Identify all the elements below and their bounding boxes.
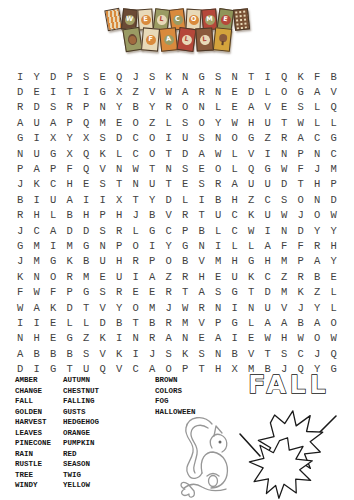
grid-cell-r17c17: A xyxy=(276,315,293,330)
grid-cell-r1c6: E xyxy=(95,69,112,84)
grid-cell-r15c2: W xyxy=(29,285,46,300)
grid-cell-r19c11: K xyxy=(177,346,194,361)
grid-cell-r9c13: B xyxy=(210,192,227,207)
grid-cell-r13c9: P xyxy=(144,254,161,269)
grid-cell-r17c12: V xyxy=(194,315,211,330)
grid-cell-r13c14: H xyxy=(227,254,244,269)
grid-cell-r4c12: O xyxy=(194,115,211,130)
grid-cell-r5c15: G xyxy=(243,131,260,146)
grid-cell-r5c6: S xyxy=(95,131,112,146)
grid-cell-r14c16: C xyxy=(260,269,277,284)
tree-trunk xyxy=(220,41,222,45)
grid-cell-r15c6: S xyxy=(95,285,112,300)
grid-cell-r1c12: G xyxy=(194,69,211,84)
word-item-fog: FOG xyxy=(155,396,196,407)
grid-cell-r2c7: X xyxy=(111,84,128,99)
grid-cell-r13c11: B xyxy=(177,254,194,269)
grid-cell-r9c14: H xyxy=(227,192,244,207)
word-item-colors: COLORS xyxy=(155,386,196,397)
grid-cell-r8c2: K xyxy=(29,177,46,192)
grid-cell-r18c3: E xyxy=(45,331,62,346)
grid-cell-r4c17: T xyxy=(276,115,293,130)
word-item-tree: TREE xyxy=(15,470,51,481)
grid-cell-r6c19: N xyxy=(309,146,326,161)
grid-cell-r9c9: Y xyxy=(144,192,161,207)
grid-cell-r6c17: N xyxy=(276,146,293,161)
banner-letter: L xyxy=(155,14,166,25)
grid-cell-r16c19: Y xyxy=(309,300,326,315)
grid-cell-r17c7: B xyxy=(111,315,128,330)
grid-cell-r4c14: W xyxy=(227,115,244,130)
grid-cell-r17c5: L xyxy=(78,315,95,330)
grid-cell-r13c20: Y xyxy=(326,254,343,269)
grid-cell-r15c15: T xyxy=(243,285,260,300)
grid-cell-r10c15: K xyxy=(243,208,260,223)
grid-cell-r1c5: S xyxy=(78,69,95,84)
grid-cell-r3c4: R xyxy=(62,100,79,115)
grid-cell-r8c19: H xyxy=(309,177,326,192)
word-item-amber: AMBER xyxy=(15,375,51,386)
grid-cell-r3c11: O xyxy=(177,100,194,115)
grid-cell-r10c6: P xyxy=(95,208,112,223)
grid-cell-r10c13: U xyxy=(210,208,227,223)
grid-cell-r18c7: I xyxy=(111,331,128,346)
grid-cell-r3c20: Q xyxy=(326,100,343,115)
grid-cell-r12c18: F xyxy=(293,238,310,253)
grid-cell-r18c15: E xyxy=(243,331,260,346)
grid-cell-r14c13: E xyxy=(210,269,227,284)
grid-cell-r11c3: A xyxy=(45,223,62,238)
grid-cell-r19c9: J xyxy=(144,346,161,361)
grid-cell-r12c2: M xyxy=(29,238,46,253)
grid-cell-r1c20: B xyxy=(326,69,343,84)
word-item-leaves: LEAVES xyxy=(15,428,51,439)
grid-cell-r19c1: A xyxy=(12,346,29,361)
grid-cell-r13c19: A xyxy=(309,254,326,269)
grid-cell-r6c11: D xyxy=(177,146,194,161)
word-item-hedgehog: HEDGEHOG xyxy=(63,417,99,428)
grid-cell-r13c7: H xyxy=(111,254,128,269)
grid-cell-r10c4: B xyxy=(62,208,79,223)
word-item-rustle: RUSTLE xyxy=(15,459,51,470)
grid-cell-r1c13: S xyxy=(210,69,227,84)
grid-cell-r6c9: O xyxy=(144,146,161,161)
grid-cell-r17c2: I xyxy=(29,315,46,330)
grid-cell-r12c11: G xyxy=(177,238,194,253)
grid-cell-r5c10: I xyxy=(161,131,178,146)
grid-cell-r16c11: W xyxy=(177,300,194,315)
grid-cell-r10c7: H xyxy=(111,208,128,223)
grid-cell-r3c7: Y xyxy=(111,100,128,115)
grid-cell-r7c13: O xyxy=(210,161,227,176)
word-item-pinecone: PINECONE xyxy=(15,438,51,449)
grid-cell-r4c1: A xyxy=(12,115,29,130)
grid-cell-r19c4: B xyxy=(62,346,79,361)
grid-cell-r8c8: N xyxy=(128,177,145,192)
grid-cell-r1c17: Q xyxy=(276,69,293,84)
grid-cell-r14c8: I xyxy=(128,269,145,284)
grid-cell-r9c18: O xyxy=(293,192,310,207)
grid-cell-r12c5: G xyxy=(78,238,95,253)
grid-cell-r9c15: Z xyxy=(243,192,260,207)
grid-cell-r16c8: O xyxy=(128,300,145,315)
grid-cell-r18c9: R xyxy=(144,331,161,346)
grid-cell-r7c15: Q xyxy=(243,161,260,176)
word-item-season: SEASON xyxy=(63,459,99,470)
grid-cell-r16c2: A xyxy=(29,300,46,315)
word-item-gusts: GUSTS xyxy=(63,407,99,418)
grid-cell-r3c1: R xyxy=(12,100,29,115)
banner-row-welcome: WELCOME xyxy=(105,9,249,30)
grid-cell-r5c16: Z xyxy=(260,131,277,146)
grid-cell-r15c3: F xyxy=(45,285,62,300)
grid-cell-r15c12: A xyxy=(194,285,211,300)
grid-cell-r10c12: T xyxy=(194,208,211,223)
grid-cell-r12c16: A xyxy=(260,238,277,253)
banner-acorn-card xyxy=(122,27,142,52)
grid-cell-r6c6: K xyxy=(95,146,112,161)
grid-cell-r18c12: E xyxy=(194,331,211,346)
grid-cell-r19c20: Q xyxy=(326,346,343,361)
grid-cell-r15c11: T xyxy=(177,285,194,300)
grid-cell-r15c8: E xyxy=(128,285,145,300)
grid-cell-r1c9: S xyxy=(144,69,161,84)
grid-cell-r8c16: U xyxy=(260,177,277,192)
grid-cell-r13c4: K xyxy=(62,254,79,269)
grid-cell-r17c3: E xyxy=(45,315,62,330)
grid-cell-r10c16: U xyxy=(260,208,277,223)
grid-cell-r15c10: R xyxy=(161,285,178,300)
grid-cell-r7c8: W xyxy=(128,161,145,176)
grid-cell-r18c14: I xyxy=(227,331,244,346)
grid-cell-r10c17: W xyxy=(276,208,293,223)
grid-cell-r14c18: R xyxy=(293,269,310,284)
grid-cell-r12c7: P xyxy=(111,238,128,253)
grid-cell-r3c19: L xyxy=(309,100,326,115)
banner-dots-card xyxy=(232,8,249,30)
grid-cell-r1c1: I xyxy=(12,69,29,84)
grid-cell-r17c20: O xyxy=(326,315,343,330)
grid-cell-r17c14: G xyxy=(227,315,244,330)
grid-cell-r5c19: C xyxy=(309,131,326,146)
grid-cell-r1c19: F xyxy=(309,69,326,84)
grid-cell-r18c19: O xyxy=(309,331,326,346)
grid-cell-r5c13: N xyxy=(210,131,227,146)
grid-cell-r11c1: J xyxy=(12,223,29,238)
grid-cell-r15c14: G xyxy=(227,285,244,300)
word-list-column-3: BROWNCOLORSFOGHALLOWEEN xyxy=(155,375,196,417)
grid-cell-r7c12: E xyxy=(194,161,211,176)
grid-cell-r3c13: L xyxy=(210,100,227,115)
grid-cell-r19c10: S xyxy=(161,346,178,361)
grid-cell-r2c6: G xyxy=(95,84,112,99)
grid-cell-r19c3: B xyxy=(45,346,62,361)
grid-cell-r17c16: A xyxy=(260,315,277,330)
grid-cell-r7c9: T xyxy=(144,161,161,176)
grid-cell-r4c7: E xyxy=(111,115,128,130)
grid-cell-r17c8: T xyxy=(128,315,145,330)
grid-cell-r18c6: K xyxy=(95,331,112,346)
grid-cell-r4c20: L xyxy=(326,115,343,130)
grid-cell-r13c10: O xyxy=(161,254,178,269)
grid-cell-r10c11: R xyxy=(177,208,194,223)
grid-cell-r14c11: R xyxy=(177,269,194,284)
grid-cell-r4c18: W xyxy=(293,115,310,130)
grid-cell-r13c18: P xyxy=(293,254,310,269)
grid-cell-r6c8: C xyxy=(128,146,145,161)
grid-cell-r12c13: I xyxy=(210,238,227,253)
grid-cell-r7c1: P xyxy=(12,161,29,176)
grid-cell-r9c6: I xyxy=(95,192,112,207)
grid-cell-r19c17: S xyxy=(276,346,293,361)
grid-cell-r18c17: H xyxy=(276,331,293,346)
word-search-grid: IYDPSEQJSKNGSNTIQKFBDEITIGXZVWARNEDLOGAV… xyxy=(12,69,342,377)
grid-cell-r8c11: E xyxy=(177,177,194,192)
word-item-change: CHANGE xyxy=(15,386,51,397)
banner-letter: F xyxy=(145,34,156,45)
banner-stripes-card xyxy=(104,8,122,31)
grid-cell-r15c19: Z xyxy=(309,285,326,300)
grid-cell-r7c17: W xyxy=(276,161,293,176)
grid-cell-r15c18: K xyxy=(293,285,310,300)
grid-cell-r5c2: I xyxy=(29,131,46,146)
grid-cell-r19c14: B xyxy=(227,346,244,361)
grid-cell-r13c13: M xyxy=(210,254,227,269)
grid-cell-r11c13: L xyxy=(210,223,227,238)
grid-cell-r12c4: M xyxy=(62,238,79,253)
grid-cell-r16c20: L xyxy=(326,300,343,315)
grid-cell-r12c15: L xyxy=(243,238,260,253)
grid-cell-r5c18: A xyxy=(293,131,310,146)
grid-cell-r3c3: S xyxy=(45,100,62,115)
word-item-chestnut: CHESTNUT xyxy=(63,386,99,397)
grid-cell-r7c10: N xyxy=(161,161,178,176)
grid-cell-r1c10: K xyxy=(161,69,178,84)
grid-cell-r6c12: A xyxy=(194,146,211,161)
grid-cell-r1c14: N xyxy=(227,69,244,84)
grid-cell-r18c20: W xyxy=(326,331,343,346)
grid-cell-r15c13: S xyxy=(210,285,227,300)
grid-cell-r11c9: G xyxy=(144,223,161,238)
grid-cell-r16c18: J xyxy=(293,300,310,315)
grid-cell-r6c5: Q xyxy=(78,146,95,161)
word-item-harvest: HARVEST xyxy=(15,417,51,428)
grid-cell-r18c16: W xyxy=(260,331,277,346)
grid-cell-r16c15: N xyxy=(243,300,260,315)
grid-cell-r4c11: S xyxy=(177,115,194,130)
grid-cell-r2c8: Z xyxy=(128,84,145,99)
grid-cell-r10c1: R xyxy=(12,208,29,223)
grid-cell-r13c6: U xyxy=(95,254,112,269)
grid-cell-r11c15: W xyxy=(243,223,260,238)
grid-cell-r5c17: R xyxy=(276,131,293,146)
grid-cell-r17c6: D xyxy=(95,315,112,330)
grid-cell-r10c5: H xyxy=(78,208,95,223)
grid-cell-r3c2: D xyxy=(29,100,46,115)
grid-cell-r6c13: W xyxy=(210,146,227,161)
grid-cell-r5c11: U xyxy=(177,131,194,146)
grid-cell-r14c4: R xyxy=(62,269,79,284)
grid-cell-r7c11: S xyxy=(177,161,194,176)
word-item-golden: GOLDEN xyxy=(15,407,51,418)
grid-cell-r10c18: J xyxy=(293,208,310,223)
grid-cell-r3c14: E xyxy=(227,100,244,115)
grid-cell-r6c7: L xyxy=(111,146,128,161)
grid-cell-r2c19: A xyxy=(309,84,326,99)
grid-cell-r9c8: T xyxy=(128,192,145,207)
grid-cell-r9c1: B xyxy=(12,192,29,207)
word-item-orange: ORANGE xyxy=(63,428,99,439)
grid-cell-r9c19: N xyxy=(309,192,326,207)
grid-cell-r14c12: H xyxy=(194,269,211,284)
grid-cell-r9c3: U xyxy=(45,192,62,207)
grid-cell-r11c6: S xyxy=(95,223,112,238)
grid-cell-r17c19: A xyxy=(309,315,326,330)
grid-cell-r2c5: I xyxy=(78,84,95,99)
grid-cell-r8c13: R xyxy=(210,177,227,192)
grid-cell-r4c5: Q xyxy=(78,115,95,130)
grid-cell-r14c10: Z xyxy=(161,269,178,284)
grid-cell-r3c5: P xyxy=(78,100,95,115)
grid-cell-r2c16: L xyxy=(260,84,277,99)
grid-cell-r8c1: J xyxy=(12,177,29,192)
grid-cell-r1c11: N xyxy=(177,69,194,84)
grid-cell-r9c4: A xyxy=(62,192,79,207)
word-item-autumn: AUTUMN xyxy=(63,375,99,386)
grid-cell-r14c20: E xyxy=(326,269,343,284)
grid-cell-r11c20: Y xyxy=(326,223,343,238)
word-list-column-1: AMBERCHANGEFALLGOLDENHARVESTLEAVESPINECO… xyxy=(15,375,51,491)
grid-cell-r3c6: N xyxy=(95,100,112,115)
grid-cell-r12c17: F xyxy=(276,238,293,253)
grid-cell-r12c20: H xyxy=(326,238,343,253)
grid-cell-r18c10: A xyxy=(161,331,178,346)
grid-cell-r7c14: L xyxy=(227,161,244,176)
grid-cell-r6c1: N xyxy=(12,146,29,161)
grid-cell-r4c16: U xyxy=(260,115,277,130)
grid-cell-r2c2: E xyxy=(29,84,46,99)
word-item-red: RED xyxy=(63,449,99,460)
banner-letter: M xyxy=(204,14,215,25)
grid-cell-r7c2: A xyxy=(29,161,46,176)
grid-cell-r5c14: O xyxy=(227,131,244,146)
grid-cell-r17c15: L xyxy=(243,315,260,330)
grid-cell-r8c14: A xyxy=(227,177,244,192)
grid-cell-r11c2: C xyxy=(29,223,46,238)
banner-letter: A xyxy=(163,34,174,45)
grid-cell-r19c5: S xyxy=(78,346,95,361)
grid-cell-r5c3: X xyxy=(45,131,62,146)
grid-cell-r9c2: I xyxy=(29,192,46,207)
banner-letter: O xyxy=(188,14,199,25)
grid-cell-r14c6: E xyxy=(95,269,112,284)
banner-letter: L xyxy=(180,34,191,45)
grid-cell-r10c14: C xyxy=(227,208,244,223)
grid-cell-r16c14: I xyxy=(227,300,244,315)
grid-cell-r7c19: J xyxy=(309,161,326,176)
grid-cell-r14c9: A xyxy=(144,269,161,284)
grid-cell-r15c4: P xyxy=(62,285,79,300)
banner-row-fall: FALL xyxy=(105,28,249,51)
banner-letter-card: A xyxy=(158,27,177,52)
banner-letter: C xyxy=(171,14,182,25)
grid-cell-r9c17: S xyxy=(276,192,293,207)
grid-cell-r14c5: M xyxy=(78,269,95,284)
banner-letter-card: L xyxy=(195,27,214,51)
grid-cell-r14c3: O xyxy=(45,269,62,284)
grid-cell-r4c15: H xyxy=(243,115,260,130)
grid-cell-r1c18: K xyxy=(293,69,310,84)
grid-cell-r15c16: D xyxy=(260,285,277,300)
grid-cell-r6c3: G xyxy=(45,146,62,161)
grid-cell-r10c19: O xyxy=(309,208,326,223)
grid-cell-r17c10: R xyxy=(161,315,178,330)
grid-cell-r14c19: B xyxy=(309,269,326,284)
grid-cell-r16c17: V xyxy=(276,300,293,315)
grid-cell-r3c16: V xyxy=(260,100,277,115)
grid-cell-r19c19: J xyxy=(309,346,326,361)
grid-cell-r1c4: P xyxy=(62,69,79,84)
banner-tree-card xyxy=(212,27,231,52)
grid-cell-r5c1: G xyxy=(12,131,29,146)
grid-cell-r3c15: A xyxy=(243,100,260,115)
grid-cell-r6c14: L xyxy=(227,146,244,161)
grid-cell-r8c20: P xyxy=(326,177,343,192)
word-item-rain: RAIN xyxy=(15,449,51,460)
grid-cell-r17c18: B xyxy=(293,315,310,330)
grid-cell-r1c2: Y xyxy=(29,69,46,84)
grid-cell-r14c1: K xyxy=(12,269,29,284)
grid-cell-r13c16: H xyxy=(260,254,277,269)
grid-cell-r11c11: P xyxy=(177,223,194,238)
grid-cell-r8c12: S xyxy=(194,177,211,192)
grid-cell-r3c12: N xyxy=(194,100,211,115)
welcome-fall-banner: WELCOME FALL xyxy=(105,9,249,51)
grid-cell-r7c4: F xyxy=(62,161,79,176)
grid-cell-r13c1: J xyxy=(12,254,29,269)
grid-cell-r1c8: J xyxy=(128,69,145,84)
grid-cell-r12c3: I xyxy=(45,238,62,253)
grid-cell-r1c7: Q xyxy=(111,69,128,84)
worksheet-page: WELCOME FALL IYDPSEQJSKNGSNTIQKFBDEITIGX… xyxy=(0,0,354,500)
grid-cell-r2c15: D xyxy=(243,84,260,99)
grid-cell-r2c10: W xyxy=(161,84,178,99)
grid-cell-r9c10: D xyxy=(161,192,178,207)
grid-cell-r11c7: R xyxy=(111,223,128,238)
word-item-fall: FALL xyxy=(15,396,51,407)
grid-cell-r12c6: N xyxy=(95,238,112,253)
grid-cell-r8c6: S xyxy=(95,177,112,192)
grid-cell-r17c1: I xyxy=(12,315,29,330)
grid-cell-r8c7: T xyxy=(111,177,128,192)
grid-cell-r5c9: O xyxy=(144,131,161,146)
grid-cell-r19c7: K xyxy=(111,346,128,361)
grid-cell-r18c8: N xyxy=(128,331,145,346)
grid-cell-r14c7: U xyxy=(111,269,128,284)
grid-cell-r18c18: W xyxy=(293,331,310,346)
grid-cell-r6c4: X xyxy=(62,146,79,161)
grid-cell-r16c9: M xyxy=(144,300,161,315)
grid-cell-r6c2: U xyxy=(29,146,46,161)
grid-cell-r18c4: G xyxy=(62,331,79,346)
word-item-yellow: YELLOW xyxy=(63,480,99,491)
grid-cell-r10c9: B xyxy=(144,208,161,223)
grid-cell-r11c12: B xyxy=(194,223,211,238)
grid-cell-r18c1: N xyxy=(12,331,29,346)
grid-cell-r3c17: E xyxy=(276,100,293,115)
grid-cell-r2c17: O xyxy=(276,84,293,99)
grid-cell-r13c2: M xyxy=(29,254,46,269)
